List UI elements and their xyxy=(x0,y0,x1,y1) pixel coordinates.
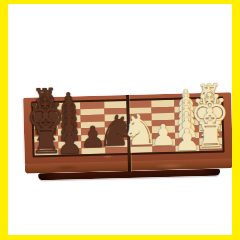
product-photo: ♜♟♟♜♞♟♟♞♝♟♟♝♛♟♟♛♚♟♟♚♝♟♟♝♟♞♞♟♜♟♟♜ xyxy=(0,0,240,240)
pieces-layer: ♜♟♟♜♞♟♟♞♝♟♟♝♛♟♟♛♚♟♟♚♝♟♟♝♟♞♞♟♜♟♟♜ xyxy=(22,51,233,184)
chess-set: ♜♟♟♜♞♟♟♞♝♟♟♝♛♟♟♛♚♟♟♚♝♟♟♝♟♞♞♟♜♟♟♜ xyxy=(22,51,233,184)
chess-piece-light-r: ♜ xyxy=(193,117,228,156)
chess-piece-dark-p: ♟ xyxy=(56,128,83,158)
